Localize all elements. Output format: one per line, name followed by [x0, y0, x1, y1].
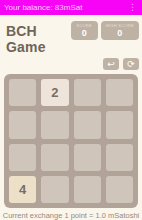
- page-title: BCH Game: [6, 23, 71, 55]
- empty-cell: [41, 111, 68, 138]
- action-buttons: ↩ ⟳: [0, 55, 142, 70]
- overflow-menu-icon[interactable]: ⋮: [127, 3, 138, 12]
- refresh-icon: ⟳: [127, 59, 135, 69]
- best-score-box: HIGH SCORE 0: [101, 21, 139, 40]
- empty-cell: [41, 176, 68, 203]
- empty-cell: [74, 176, 101, 203]
- score-value: 0: [76, 28, 93, 38]
- undo-icon: ↩: [107, 59, 115, 69]
- empty-cell: [106, 111, 133, 138]
- game-header: BCH Game SCORE 0 HIGH SCORE 0: [0, 15, 142, 55]
- empty-cell: [41, 144, 68, 171]
- undo-button[interactable]: ↩: [103, 58, 119, 70]
- balance-text: Your balance: 83mSat: [4, 3, 127, 12]
- empty-cell: [9, 79, 36, 106]
- empty-cell: [106, 176, 133, 203]
- empty-cell: [74, 79, 101, 106]
- empty-cell: [9, 144, 36, 171]
- new-game-button[interactable]: ⟳: [123, 58, 139, 70]
- board[interactable]: 24: [4, 74, 138, 208]
- exchange-rate-text: Current exchange 1 point = 1.0 mSatoshi: [0, 211, 142, 220]
- tile-4: 4: [9, 176, 36, 203]
- score-box: SCORE 0: [71, 21, 98, 40]
- empty-cell: [106, 144, 133, 171]
- score-panel: SCORE 0 HIGH SCORE 0: [71, 21, 139, 40]
- empty-cell: [106, 79, 133, 106]
- empty-cell: [74, 111, 101, 138]
- tile-2: 2: [41, 79, 68, 106]
- empty-cell: [74, 144, 101, 171]
- best-score-value: 0: [106, 28, 134, 38]
- balance-bar: Your balance: 83mSat ⋮: [0, 0, 142, 15]
- empty-cell: [9, 111, 36, 138]
